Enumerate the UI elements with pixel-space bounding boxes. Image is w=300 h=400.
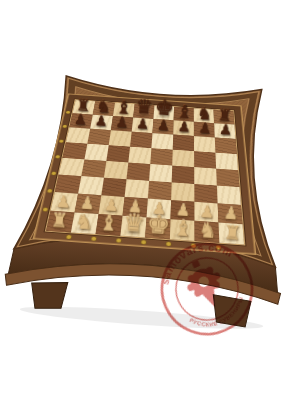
square-e4[interactable] bbox=[149, 164, 172, 182]
square-c6[interactable] bbox=[109, 130, 132, 146]
square-e6[interactable] bbox=[151, 133, 173, 150]
square-b7[interactable]: ♟ bbox=[90, 115, 113, 131]
chess-board: ♜♞♝♛♚♝♞♜♟♟♟♟♟♟♟♟♟♟♟♟♟♟♟♟♜♞♝♛♚♝♞♜ bbox=[46, 100, 244, 245]
square-a7[interactable]: ♟ bbox=[69, 113, 92, 129]
square-b5[interactable] bbox=[84, 144, 108, 161]
brass-pin bbox=[66, 111, 70, 114]
piece-black-pawn[interactable]: ♟ bbox=[219, 123, 233, 138]
brass-pin bbox=[141, 240, 146, 244]
brass-pin bbox=[116, 238, 121, 242]
square-c1[interactable]: ♝ bbox=[96, 214, 123, 236]
square-a3[interactable] bbox=[55, 174, 82, 193]
square-g7[interactable]: ♟ bbox=[194, 122, 215, 138]
square-b3[interactable] bbox=[78, 176, 104, 195]
brass-pin bbox=[166, 242, 171, 246]
square-g6[interactable] bbox=[194, 136, 215, 153]
square-h6[interactable] bbox=[215, 137, 237, 154]
square-f3[interactable] bbox=[171, 182, 194, 201]
square-g5[interactable] bbox=[194, 151, 216, 168]
square-c7[interactable]: ♟ bbox=[111, 116, 133, 132]
square-d4[interactable] bbox=[127, 162, 151, 180]
piece-white-king[interactable]: ♚ bbox=[146, 211, 171, 238]
square-a5[interactable] bbox=[62, 142, 87, 159]
product-photo: ♜♞♝♛♚♝♞♜♟♟♟♟♟♟♟♟♟♟♟♟♟♟♟♟♜♞♝♛♚♝♞♜ samovar… bbox=[0, 0, 300, 400]
square-f4[interactable] bbox=[172, 166, 195, 184]
square-h7[interactable]: ♟ bbox=[214, 123, 235, 139]
square-e5[interactable] bbox=[150, 148, 172, 165]
piece-white-queen[interactable]: ♛ bbox=[122, 211, 145, 236]
square-e1[interactable]: ♚ bbox=[145, 217, 170, 239]
brass-pin bbox=[63, 125, 67, 128]
square-g3[interactable] bbox=[194, 184, 217, 204]
piece-white-bishop[interactable]: ♝ bbox=[173, 217, 194, 240]
brass-pin bbox=[47, 189, 52, 193]
piece-white-rook[interactable]: ♜ bbox=[50, 211, 68, 231]
square-h4[interactable] bbox=[216, 169, 239, 187]
square-d7[interactable]: ♟ bbox=[132, 117, 154, 133]
square-d5[interactable] bbox=[128, 147, 151, 164]
square-a4[interactable] bbox=[59, 158, 85, 176]
brass-pin bbox=[43, 208, 48, 212]
square-d1[interactable]: ♛ bbox=[120, 216, 146, 238]
square-f7[interactable]: ♟ bbox=[173, 120, 194, 136]
piece-black-pawn[interactable]: ♟ bbox=[115, 116, 129, 131]
square-g4[interactable] bbox=[194, 167, 217, 185]
square-a6[interactable] bbox=[66, 127, 90, 143]
square-e3[interactable] bbox=[148, 181, 172, 200]
square-b1[interactable]: ♞ bbox=[71, 212, 99, 234]
square-h3[interactable] bbox=[217, 186, 241, 206]
square-b4[interactable] bbox=[81, 159, 106, 177]
square-f5[interactable] bbox=[172, 150, 194, 167]
brass-pin bbox=[51, 172, 56, 175]
square-d6[interactable] bbox=[130, 132, 152, 148]
piece-black-pawn[interactable]: ♟ bbox=[94, 114, 108, 129]
piece-black-pawn[interactable]: ♟ bbox=[136, 117, 150, 132]
brass-pin bbox=[59, 140, 64, 143]
piece-black-pawn[interactable]: ♟ bbox=[177, 120, 191, 135]
square-f1[interactable]: ♝ bbox=[170, 219, 195, 241]
piece-black-pawn[interactable]: ♟ bbox=[74, 113, 88, 128]
piece-white-bishop[interactable]: ♝ bbox=[99, 212, 120, 235]
square-f6[interactable] bbox=[173, 135, 194, 152]
brass-pin bbox=[66, 235, 71, 239]
piece-black-pawn[interactable]: ♟ bbox=[157, 119, 171, 134]
piece-white-knight[interactable]: ♞ bbox=[74, 211, 94, 232]
square-b6[interactable] bbox=[87, 129, 111, 145]
brass-pin bbox=[55, 155, 60, 158]
square-c3[interactable] bbox=[101, 178, 126, 197]
square-c5[interactable] bbox=[106, 145, 130, 162]
square-e7[interactable]: ♟ bbox=[152, 119, 173, 135]
samovar-icon bbox=[179, 254, 231, 314]
square-h5[interactable] bbox=[215, 153, 238, 171]
square-d3[interactable] bbox=[125, 179, 150, 198]
bracket-foot-left bbox=[30, 280, 68, 310]
square-c4[interactable] bbox=[104, 161, 128, 179]
piece-black-pawn[interactable]: ♟ bbox=[198, 122, 212, 137]
brass-pin bbox=[91, 237, 96, 241]
